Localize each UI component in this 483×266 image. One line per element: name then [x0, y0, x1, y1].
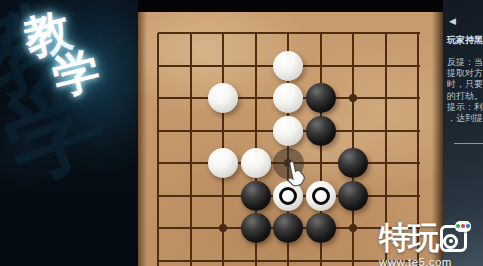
stone-black [338, 148, 368, 178]
stone-white [273, 51, 303, 81]
stone-black [306, 213, 336, 243]
capture-marker [312, 187, 330, 205]
star-point [349, 224, 357, 232]
gamepad-icon [455, 221, 471, 232]
board-top-bar [138, 0, 443, 12]
te5-game-logo-icon [440, 225, 467, 252]
stone-white [273, 83, 303, 113]
stone-black [241, 181, 271, 211]
grid-line [190, 33, 192, 266]
stone-black [306, 83, 336, 113]
tutorial-line: 反提：当 [447, 57, 483, 68]
grid-line [158, 32, 420, 34]
stone-white [208, 83, 238, 113]
stone-white [306, 181, 336, 211]
tutorial-text: 反提：当 提取对方 时，只要 的打劫。 提示：利 ，达到提 [447, 57, 483, 124]
watermark-text: 特玩 [379, 217, 437, 259]
stone-black [273, 213, 303, 243]
watermark: 特玩 www.te5.com [379, 217, 467, 266]
tutorial-line: ，达到提 [447, 113, 483, 124]
star-point [349, 94, 357, 102]
app-window: 教 学 教 学 ◀ 玩家持黑 反提：当 提取对方 时，只要 的打劫。 提示：利 … [0, 0, 483, 266]
stone-black [338, 181, 368, 211]
film-reel-icon [443, 234, 458, 249]
watermark-url: www.te5.com [379, 256, 467, 266]
stone-black [241, 213, 271, 243]
tutorial-line: 的打劫。 [447, 91, 483, 102]
calligraphy-char-xue: 学 [48, 45, 104, 102]
collapse-arrow-icon[interactable]: ◀ [449, 16, 456, 26]
hand-cursor-icon [282, 160, 308, 190]
grid-line [157, 33, 159, 266]
tutorial-line: 提取对方 [447, 68, 483, 79]
left-art-panel: 教 学 教 学 [0, 0, 138, 266]
tutorial-line: 提示：利 [447, 102, 483, 113]
star-point [219, 224, 227, 232]
stone-white [273, 116, 303, 146]
panel-title: 玩家持黑 [447, 34, 483, 47]
stone-black [306, 116, 336, 146]
stone-white [241, 148, 271, 178]
stone-white [208, 148, 238, 178]
tutorial-line: 时，只要 [447, 79, 483, 90]
panel-divider [454, 143, 483, 144]
